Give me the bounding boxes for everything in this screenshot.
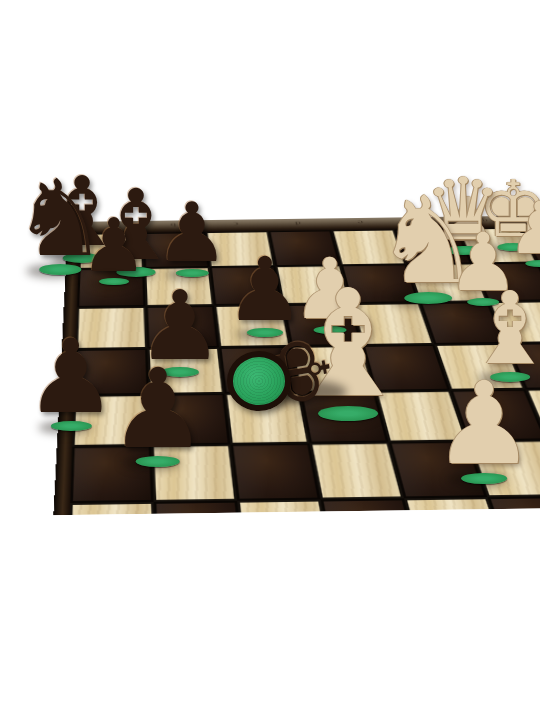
board-square xyxy=(151,444,237,502)
rim-letter: f xyxy=(391,218,455,224)
board-square xyxy=(76,306,148,349)
board-square xyxy=(214,305,291,348)
board-square xyxy=(146,306,219,349)
chess-board: abcdefgh xyxy=(50,213,540,516)
board-square xyxy=(275,265,351,304)
board-square xyxy=(154,501,245,517)
board-square xyxy=(283,304,363,347)
rim-letter: b xyxy=(142,222,205,228)
board-clip: abcdefgh xyxy=(0,206,540,516)
rim-letter: h xyxy=(515,217,540,223)
board-grid xyxy=(68,227,540,517)
board-square xyxy=(230,443,320,500)
rim-letter: e xyxy=(329,219,393,225)
board-square xyxy=(72,395,151,447)
board-square xyxy=(149,394,230,446)
board-square xyxy=(300,391,389,443)
board-square xyxy=(147,347,224,394)
rim-letter: d xyxy=(266,220,330,226)
board-square xyxy=(206,231,276,267)
board-square xyxy=(291,345,375,392)
board-square xyxy=(68,502,156,516)
product-photo-chess-set: abcdefgh ♚♟♛♝♟♞♝♟♟♞♟♟♟♟♝♝♟♟♟♚ xyxy=(0,0,540,720)
board-square xyxy=(310,442,404,499)
rim-letter: c xyxy=(204,221,267,227)
board-square xyxy=(237,500,333,517)
board-square xyxy=(487,496,540,516)
rim-letter: g xyxy=(453,217,518,223)
board-square xyxy=(74,348,149,395)
board-square xyxy=(143,232,210,268)
board-square xyxy=(78,233,144,269)
board-square xyxy=(70,445,153,503)
board-square xyxy=(268,230,340,266)
board-square xyxy=(144,267,214,306)
rim-letter: a xyxy=(80,223,143,229)
board-square xyxy=(219,346,300,393)
board-square xyxy=(224,392,309,444)
board-square xyxy=(210,266,283,305)
board-square xyxy=(77,268,146,307)
